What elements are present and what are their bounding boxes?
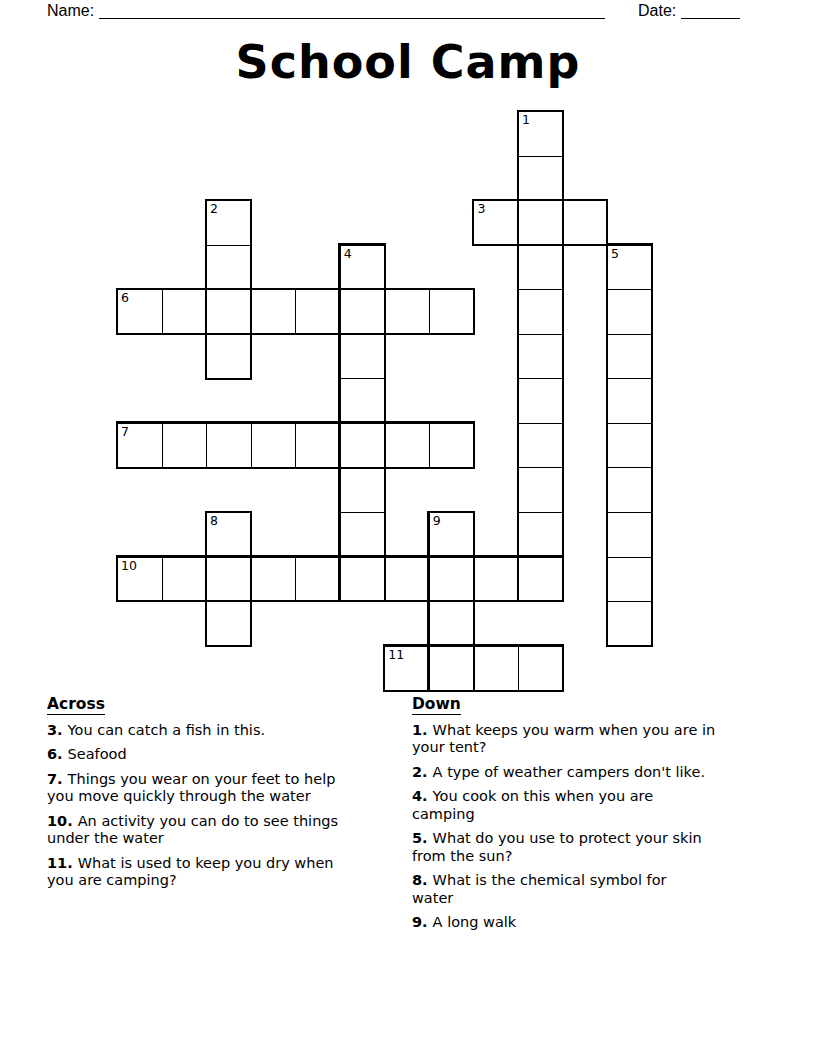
cell-3-9[interactable]	[518, 245, 563, 290]
cell-10-0[interactable]: 10	[117, 557, 162, 602]
cell-7-9[interactable]	[518, 423, 563, 468]
cell-9-2[interactable]: 8	[206, 512, 251, 557]
cell-10-5[interactable]	[340, 557, 385, 602]
clue-down-5: 5.What do you use to protect your skin f…	[412, 830, 774, 865]
cell-1-9[interactable]	[518, 156, 563, 201]
cell-4-3[interactable]	[251, 289, 296, 334]
cell-8-9[interactable]	[518, 467, 563, 512]
clue-across-6: 6.Seafood	[47, 746, 399, 764]
cell-number-11: 11	[388, 648, 404, 662]
cell-number-10: 10	[121, 559, 137, 573]
page-title: School Camp	[0, 33, 816, 91]
cell-10-3[interactable]	[251, 557, 296, 602]
cell-8-5[interactable]	[340, 467, 385, 512]
cell-10-1[interactable]	[162, 557, 207, 602]
cell-10-2[interactable]	[206, 557, 251, 602]
clue-number: 4.	[412, 788, 428, 804]
clue-text: What is the chemical symbol for water	[412, 872, 667, 906]
clue-text: Seafood	[68, 746, 127, 762]
clue-text: You can catch a fish in this.	[68, 722, 265, 738]
clue-text: You cook on this when you are camping	[412, 788, 653, 822]
cell-11-2[interactable]	[206, 601, 251, 646]
cell-4-6[interactable]	[384, 289, 429, 334]
cell-number-1: 1	[522, 113, 530, 127]
clue-number: 3.	[47, 722, 63, 738]
cell-5-5[interactable]	[340, 334, 385, 379]
clue-number: 5.	[412, 830, 428, 846]
clue-text: An activity you can do to see things und…	[47, 813, 338, 847]
cell-10-9[interactable]	[518, 557, 563, 602]
down-clue-list: 1.What keeps you warm when you are in yo…	[412, 722, 774, 932]
cell-6-9[interactable]	[518, 378, 563, 423]
cell-7-3[interactable]	[251, 423, 296, 468]
cell-2-9[interactable]	[518, 200, 563, 245]
cell-3-2[interactable]	[206, 245, 251, 290]
cell-4-11[interactable]	[607, 289, 652, 334]
cell-10-7[interactable]	[429, 557, 474, 602]
cell-4-9[interactable]	[518, 289, 563, 334]
cell-4-1[interactable]	[162, 289, 207, 334]
cell-9-9[interactable]	[518, 512, 563, 557]
cell-8-11[interactable]	[607, 467, 652, 512]
clue-number: 6.	[47, 746, 63, 762]
clue-down-2: 2.A type of weather campers don't like.	[412, 764, 774, 782]
cell-6-5[interactable]	[340, 378, 385, 423]
cell-7-0[interactable]: 7	[117, 423, 162, 468]
cell-6-11[interactable]	[607, 378, 652, 423]
name-label: Name:	[47, 2, 94, 20]
clues-down-section: Down 1.What keeps you warm when you are …	[412, 696, 774, 939]
cell-12-6[interactable]: 11	[384, 646, 429, 691]
date-blank-line[interactable]	[681, 2, 740, 19]
name-blank-line[interactable]	[99, 2, 605, 19]
date-label: Date:	[638, 2, 676, 20]
cell-2-2[interactable]: 2	[206, 200, 251, 245]
cell-4-7[interactable]	[429, 289, 474, 334]
cell-7-11[interactable]	[607, 423, 652, 468]
clue-number: 7.	[47, 771, 63, 787]
cell-12-7[interactable]	[429, 646, 474, 691]
across-clue-list: 3.You can catch a fish in this.6.Seafood…	[47, 722, 399, 890]
across-header: Across	[47, 696, 105, 715]
worksheet-page: Name: Date: School Camp 1234567891011 Ac…	[0, 0, 816, 1056]
cell-5-2[interactable]	[206, 334, 251, 379]
clue-text: A type of weather campers don't like.	[433, 764, 705, 780]
clue-number: 1.	[412, 722, 428, 738]
cell-5-11[interactable]	[607, 334, 652, 379]
cell-number-3: 3	[477, 202, 485, 216]
clue-down-9: 9.A long walk	[412, 914, 774, 932]
cell-7-4[interactable]	[295, 423, 340, 468]
clues-across-section: Across 3.You can catch a fish in this.6.…	[47, 696, 399, 897]
cell-10-4[interactable]	[295, 557, 340, 602]
cell-4-5[interactable]	[340, 289, 385, 334]
clue-text: What is used to keep you dry when you ar…	[47, 855, 334, 889]
cell-5-9[interactable]	[518, 334, 563, 379]
clue-number: 8.	[412, 872, 428, 888]
cell-3-11[interactable]: 5	[607, 245, 652, 290]
cell-10-11[interactable]	[607, 557, 652, 602]
cell-9-11[interactable]	[607, 512, 652, 557]
cell-10-6[interactable]	[384, 557, 429, 602]
clue-text: A long walk	[433, 914, 517, 930]
clue-across-10: 10.An activity you can do to see things …	[47, 813, 399, 848]
cell-10-8[interactable]	[473, 557, 518, 602]
clue-down-8: 8.What is the chemical symbol for water	[412, 872, 774, 907]
cell-7-5[interactable]	[340, 423, 385, 468]
cell-7-7[interactable]	[429, 423, 474, 468]
cell-9-7[interactable]: 9	[429, 512, 474, 557]
cell-4-4[interactable]	[295, 289, 340, 334]
cell-4-0[interactable]: 6	[117, 289, 162, 334]
down-header: Down	[412, 696, 461, 715]
cell-12-9[interactable]	[518, 646, 563, 691]
cell-7-2[interactable]	[206, 423, 251, 468]
clue-text: Things you wear on your feet to help you…	[47, 771, 335, 805]
cell-7-1[interactable]	[162, 423, 207, 468]
cell-7-6[interactable]	[384, 423, 429, 468]
cell-number-4: 4	[344, 247, 352, 261]
clue-number: 10.	[47, 813, 73, 829]
clue-down-1: 1.What keeps you warm when you are in yo…	[412, 722, 774, 757]
clue-number: 2.	[412, 764, 428, 780]
cell-number-9: 9	[433, 514, 441, 528]
clue-number: 9.	[412, 914, 428, 930]
cell-9-5[interactable]	[340, 512, 385, 557]
clue-text: What keeps you warm when you are in your…	[412, 722, 715, 756]
cell-number-7: 7	[121, 425, 129, 439]
clue-number: 11.	[47, 855, 73, 871]
clue-across-3: 3.You can catch a fish in this.	[47, 722, 399, 740]
cell-number-6: 6	[121, 291, 129, 305]
cell-number-2: 2	[210, 202, 218, 216]
cell-2-10[interactable]	[563, 200, 608, 245]
cell-0-9[interactable]: 1	[518, 111, 563, 156]
clue-down-4: 4.You cook on this when you are camping	[412, 788, 774, 823]
cell-3-5[interactable]: 4	[340, 245, 385, 290]
cell-12-8[interactable]	[473, 646, 518, 691]
clue-across-11: 11.What is used to keep you dry when you…	[47, 855, 399, 890]
cell-11-7[interactable]	[429, 601, 474, 646]
cell-number-5: 5	[611, 247, 619, 261]
cell-number-8: 8	[210, 514, 218, 528]
cell-4-2[interactable]	[206, 289, 251, 334]
clue-text: What do you use to protect your skin fro…	[412, 830, 702, 864]
clue-across-7: 7.Things you wear on your feet to help y…	[47, 771, 399, 806]
cell-11-11[interactable]	[607, 601, 652, 646]
cell-2-8[interactable]: 3	[473, 200, 518, 245]
crossword-grid: 1234567891011	[117, 111, 652, 691]
